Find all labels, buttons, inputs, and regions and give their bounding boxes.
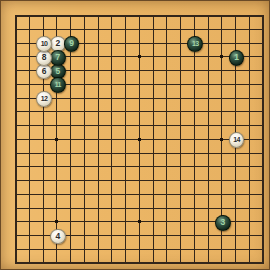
stone-white-10[interactable]: 10 (36, 36, 52, 52)
stone-move-number: 14 (233, 133, 240, 147)
stone-move-number: 6 (42, 65, 46, 79)
stone-black-9[interactable]: 9 (64, 36, 80, 52)
star-point (55, 220, 58, 223)
star-point (55, 138, 58, 141)
stone-black-1[interactable]: 1 (229, 50, 245, 66)
stone-white-8[interactable]: 8 (36, 50, 52, 66)
grid-line-vertical (249, 16, 250, 264)
grid-line-vertical (166, 16, 167, 264)
star-point (138, 138, 141, 141)
stone-white-4[interactable]: 4 (50, 229, 66, 245)
grid-line-horizontal (16, 208, 264, 209)
stone-move-number: 2 (56, 37, 60, 51)
stone-black-13[interactable]: 13 (187, 36, 203, 52)
stone-black-7[interactable]: 7 (50, 50, 66, 66)
grid-line-horizontal (16, 166, 264, 167)
stone-move-number: 3 (221, 216, 225, 230)
stone-move-number: 7 (56, 51, 60, 65)
go-board[interactable]: 1234567891011121314 (0, 0, 270, 270)
stone-white-6[interactable]: 6 (36, 64, 52, 80)
stone-move-number: 5 (56, 65, 60, 79)
star-point (220, 138, 223, 141)
grid-line-horizontal (16, 180, 264, 181)
star-point (220, 55, 223, 58)
grid-line-vertical (208, 16, 209, 264)
stone-move-number: 4 (56, 230, 60, 244)
stone-move-number: 1 (234, 51, 238, 65)
stone-move-number: 13 (192, 37, 199, 51)
grid-line-horizontal (16, 194, 264, 195)
grid-line-vertical (180, 16, 181, 264)
grid-line-vertical (194, 16, 195, 264)
grid-line-horizontal (16, 153, 264, 154)
stone-move-number: 11 (55, 78, 61, 92)
stone-black-3[interactable]: 3 (215, 215, 231, 231)
stone-move-number: 12 (41, 92, 48, 106)
star-point (138, 220, 141, 223)
stone-move-number: 8 (42, 51, 46, 65)
stone-move-number: 10 (41, 37, 48, 51)
stone-black-11[interactable]: 11 (50, 77, 66, 93)
grid-line-horizontal (16, 249, 264, 250)
grid-line-vertical (153, 16, 154, 264)
stone-white-12[interactable]: 12 (36, 91, 52, 107)
stone-move-number: 9 (69, 37, 73, 51)
star-point (138, 55, 141, 58)
